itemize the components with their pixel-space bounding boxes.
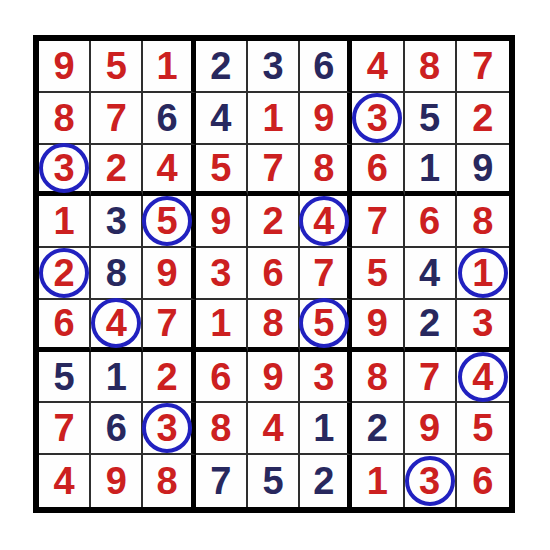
digit: 2	[156, 358, 177, 396]
digit: 6	[419, 202, 440, 240]
cell-r1c5[interactable]: 3	[248, 41, 300, 93]
digit: 3	[313, 358, 334, 396]
cell-r4c8[interactable]: 6	[405, 196, 457, 248]
cell-r1c6[interactable]: 6	[300, 41, 352, 93]
cell-r5c6[interactable]: 7	[300, 248, 352, 300]
page: 9512364878764193523245786191359247682893…	[0, 0, 550, 550]
digit: 9	[54, 47, 75, 85]
digit: 8	[419, 47, 440, 85]
digit: 9	[419, 409, 440, 447]
cell-r7c5[interactable]: 9	[248, 352, 300, 404]
sudoku-grid: 9512364878764193523245786191359247682893…	[39, 41, 509, 507]
cell-r4c3[interactable]: 5	[143, 196, 195, 248]
cell-r8c3[interactable]: 3	[143, 403, 195, 455]
digit: 5	[106, 47, 127, 85]
cell-r7c3[interactable]: 2	[143, 352, 195, 404]
digit: 3	[419, 462, 440, 500]
cell-r5c9[interactable]: 1	[457, 248, 509, 300]
cell-r9c6[interactable]: 2	[300, 455, 352, 507]
cell-r4c1[interactable]: 1	[39, 196, 91, 248]
cell-r8c5[interactable]: 4	[248, 403, 300, 455]
cell-r4c4[interactable]: 9	[196, 196, 248, 248]
cell-r2c5[interactable]: 1	[248, 93, 300, 145]
digit: 3	[367, 99, 388, 137]
digit: 5	[262, 462, 283, 500]
digit: 3	[210, 254, 231, 292]
digit: 7	[106, 99, 127, 137]
digit: 8	[313, 149, 334, 187]
cell-r9c5[interactable]: 5	[248, 455, 300, 507]
cell-r5c5[interactable]: 6	[248, 248, 300, 300]
cell-r6c5[interactable]: 8	[248, 300, 300, 352]
digit: 2	[419, 304, 440, 342]
cell-r2c2[interactable]: 7	[91, 93, 143, 145]
digit: 1	[367, 462, 388, 500]
digit: 5	[313, 304, 334, 342]
cell-r3c7[interactable]: 6	[352, 145, 404, 197]
digit: 9	[367, 304, 388, 342]
digit: 4	[419, 254, 440, 292]
cell-r5c8[interactable]: 4	[405, 248, 457, 300]
digit: 8	[367, 358, 388, 396]
cell-r9c8[interactable]: 3	[405, 455, 457, 507]
digit: 5	[156, 202, 177, 240]
digit: 5	[210, 149, 231, 187]
digit: 6	[156, 99, 177, 137]
cell-r8c2[interactable]: 6	[91, 403, 143, 455]
digit: 2	[210, 47, 231, 85]
digit: 1	[106, 358, 127, 396]
digit: 9	[106, 462, 127, 500]
cell-r8c8[interactable]: 9	[405, 403, 457, 455]
digit: 8	[210, 409, 231, 447]
digit: 6	[313, 47, 334, 85]
cell-r2c8[interactable]: 5	[405, 93, 457, 145]
cell-r8c4[interactable]: 8	[196, 403, 248, 455]
cell-r1c8[interactable]: 8	[405, 41, 457, 93]
cell-r6c9[interactable]: 3	[457, 300, 509, 352]
digit: 2	[262, 202, 283, 240]
digit: 9	[472, 149, 493, 187]
digit: 6	[106, 409, 127, 447]
cell-r2c9[interactable]: 2	[457, 93, 509, 145]
digit: 2	[106, 149, 127, 187]
cell-r5c4[interactable]: 3	[196, 248, 248, 300]
digit: 4	[472, 358, 493, 396]
digit: 4	[106, 304, 127, 342]
digit: 6	[54, 304, 75, 342]
cell-r7c8[interactable]: 7	[405, 352, 457, 404]
digit: 2	[472, 99, 493, 137]
cell-r4c9[interactable]: 8	[457, 196, 509, 248]
digit: 2	[54, 254, 75, 292]
cell-r4c5[interactable]: 2	[248, 196, 300, 248]
digit: 3	[472, 304, 493, 342]
cell-r3c1[interactable]: 3	[39, 145, 91, 197]
cell-r1c9[interactable]: 7	[457, 41, 509, 93]
digit: 1	[472, 254, 493, 292]
digit: 3	[156, 409, 177, 447]
digit: 1	[262, 99, 283, 137]
digit: 6	[367, 149, 388, 187]
cell-r1c3[interactable]: 1	[143, 41, 195, 93]
cell-r7c2[interactable]: 1	[91, 352, 143, 404]
digit: 3	[262, 47, 283, 85]
digit: 7	[262, 149, 283, 187]
digit: 7	[210, 462, 231, 500]
cell-r3c4[interactable]: 5	[196, 145, 248, 197]
digit: 4	[262, 409, 283, 447]
digit: 2	[367, 409, 388, 447]
digit: 7	[367, 202, 388, 240]
cell-r3c2[interactable]: 2	[91, 145, 143, 197]
digit: 5	[419, 99, 440, 137]
digit: 7	[419, 358, 440, 396]
digit: 4	[156, 149, 177, 187]
sudoku-board: 9512364878764193523245786191359247682893…	[33, 35, 515, 513]
cell-r3c8[interactable]: 1	[405, 145, 457, 197]
cell-r9c4[interactable]: 7	[196, 455, 248, 507]
cell-r4c2[interactable]: 3	[91, 196, 143, 248]
cell-r2c7[interactable]: 3	[352, 93, 404, 145]
cell-r8c7[interactable]: 2	[352, 403, 404, 455]
cell-r6c8[interactable]: 2	[405, 300, 457, 352]
cell-r8c6[interactable]: 1	[300, 403, 352, 455]
cell-r4c6[interactable]: 4	[300, 196, 352, 248]
cell-r9c3[interactable]: 8	[143, 455, 195, 507]
digit: 8	[472, 202, 493, 240]
cell-r9c9[interactable]: 6	[457, 455, 509, 507]
cell-r4c7[interactable]: 7	[352, 196, 404, 248]
cell-r6c2[interactable]: 4	[91, 300, 143, 352]
digit: 7	[472, 47, 493, 85]
digit: 7	[313, 254, 334, 292]
cell-r8c9[interactable]: 5	[457, 403, 509, 455]
cell-r6c6[interactable]: 5	[300, 300, 352, 352]
cell-r1c1[interactable]: 9	[39, 41, 91, 93]
cell-r2c1[interactable]: 8	[39, 93, 91, 145]
digit: 4	[367, 47, 388, 85]
cell-r1c7[interactable]: 4	[352, 41, 404, 93]
cell-r8c1[interactable]: 7	[39, 403, 91, 455]
cell-r2c3[interactable]: 6	[143, 93, 195, 145]
cell-r3c9[interactable]: 9	[457, 145, 509, 197]
digit: 8	[262, 304, 283, 342]
cell-r5c3[interactable]: 9	[143, 248, 195, 300]
digit: 6	[472, 462, 493, 500]
cell-r6c3[interactable]: 7	[143, 300, 195, 352]
cell-r5c2[interactable]: 8	[91, 248, 143, 300]
digit: 9	[262, 358, 283, 396]
digit: 5	[367, 254, 388, 292]
digit: 6	[210, 358, 231, 396]
digit: 5	[472, 409, 493, 447]
cell-r6c1[interactable]: 6	[39, 300, 91, 352]
digit: 1	[313, 409, 334, 447]
cell-r6c7[interactable]: 9	[352, 300, 404, 352]
cell-r7c9[interactable]: 4	[457, 352, 509, 404]
cell-r9c1[interactable]: 4	[39, 455, 91, 507]
digit: 1	[419, 149, 440, 187]
cell-r9c7[interactable]: 1	[352, 455, 404, 507]
digit: 1	[156, 47, 177, 85]
digit: 7	[156, 304, 177, 342]
digit: 3	[106, 202, 127, 240]
digit: 6	[262, 254, 283, 292]
cell-r3c5[interactable]: 7	[248, 145, 300, 197]
digit: 9	[210, 202, 231, 240]
cell-r7c7[interactable]: 8	[352, 352, 404, 404]
cell-r3c3[interactable]: 4	[143, 145, 195, 197]
cell-r5c7[interactable]: 5	[352, 248, 404, 300]
digit: 8	[156, 462, 177, 500]
cell-r1c2[interactable]: 5	[91, 41, 143, 93]
digit: 3	[54, 149, 75, 187]
digit: 9	[313, 99, 334, 137]
cell-r5c1[interactable]: 2	[39, 248, 91, 300]
cell-r7c6[interactable]: 3	[300, 352, 352, 404]
cell-r2c4[interactable]: 4	[196, 93, 248, 145]
digit: 4	[54, 462, 75, 500]
digit: 9	[156, 254, 177, 292]
digit: 4	[313, 202, 334, 240]
digit: 1	[210, 304, 231, 342]
digit: 4	[210, 99, 231, 137]
cell-r2c6[interactable]: 9	[300, 93, 352, 145]
cell-r1c4[interactable]: 2	[196, 41, 248, 93]
digit: 8	[106, 254, 127, 292]
cell-r3c6[interactable]: 8	[300, 145, 352, 197]
cell-r6c4[interactable]: 1	[196, 300, 248, 352]
digit: 2	[313, 462, 334, 500]
cell-r7c1[interactable]: 5	[39, 352, 91, 404]
cell-r7c4[interactable]: 6	[196, 352, 248, 404]
digit: 7	[54, 409, 75, 447]
cell-r9c2[interactable]: 9	[91, 455, 143, 507]
digit: 5	[54, 358, 75, 396]
digit: 1	[54, 202, 75, 240]
digit: 8	[54, 99, 75, 137]
